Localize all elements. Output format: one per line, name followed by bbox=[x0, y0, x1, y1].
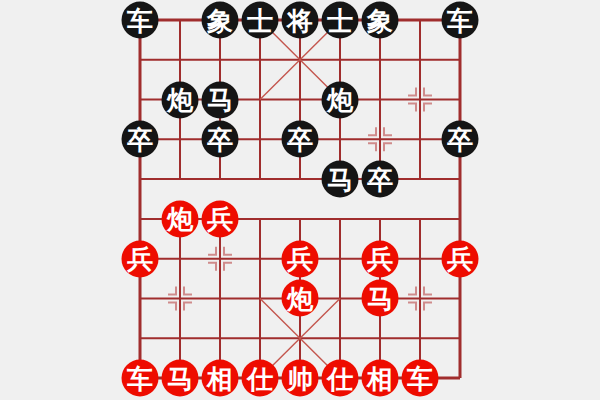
piece-red-horse[interactable]: 马 bbox=[362, 280, 399, 317]
piece-red-soldier[interactable]: 兵 bbox=[202, 200, 239, 237]
piece-red-elephant[interactable]: 相 bbox=[362, 360, 399, 397]
piece-red-horse[interactable]: 马 bbox=[162, 360, 199, 397]
piece-red-chariot[interactable]: 车 bbox=[122, 360, 159, 397]
piece-black-soldier[interactable]: 卒 bbox=[282, 121, 319, 158]
piece-black-horse[interactable]: 马 bbox=[202, 81, 239, 118]
piece-red-soldier[interactable]: 兵 bbox=[442, 240, 479, 277]
piece-red-general[interactable]: 帅 bbox=[282, 360, 319, 397]
piece-red-chariot[interactable]: 车 bbox=[402, 360, 439, 397]
piece-red-soldier[interactable]: 兵 bbox=[122, 240, 159, 277]
piece-black-chariot[interactable]: 车 bbox=[442, 2, 479, 39]
piece-black-cannon[interactable]: 炮 bbox=[162, 81, 199, 118]
piece-red-cannon[interactable]: 炮 bbox=[162, 200, 199, 237]
piece-black-soldier[interactable]: 卒 bbox=[202, 121, 239, 158]
piece-black-elephant[interactable]: 象 bbox=[362, 2, 399, 39]
piece-red-advisor[interactable]: 仕 bbox=[322, 360, 359, 397]
xiangqi-app: 车象士将士象车炮马炮卒卒卒卒马卒炮兵兵兵兵兵炮马车马相仕帅仕相车 bbox=[0, 0, 600, 400]
piece-red-cannon[interactable]: 炮 bbox=[282, 280, 319, 317]
piece-black-chariot[interactable]: 车 bbox=[122, 2, 159, 39]
piece-black-advisor[interactable]: 士 bbox=[322, 2, 359, 39]
piece-black-cannon[interactable]: 炮 bbox=[322, 81, 359, 118]
piece-red-advisor[interactable]: 仕 bbox=[242, 360, 279, 397]
piece-red-elephant[interactable]: 相 bbox=[202, 360, 239, 397]
piece-red-soldier[interactable]: 兵 bbox=[362, 240, 399, 277]
piece-black-soldier[interactable]: 卒 bbox=[122, 121, 159, 158]
piece-black-advisor[interactable]: 士 bbox=[242, 2, 279, 39]
piece-black-soldier[interactable]: 卒 bbox=[442, 121, 479, 158]
piece-black-elephant[interactable]: 象 bbox=[202, 2, 239, 39]
piece-black-general[interactable]: 将 bbox=[282, 2, 319, 39]
piece-red-soldier[interactable]: 兵 bbox=[282, 240, 319, 277]
piece-black-soldier[interactable]: 卒 bbox=[362, 161, 399, 198]
xiangqi-board[interactable] bbox=[0, 0, 600, 400]
piece-black-horse[interactable]: 马 bbox=[322, 161, 359, 198]
